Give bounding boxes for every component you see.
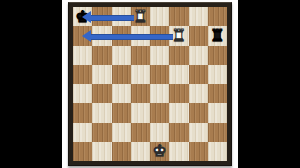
board-square-h1[interactable]	[208, 142, 227, 161]
board-square-g4[interactable]	[189, 84, 208, 103]
board-square-d5[interactable]	[131, 65, 150, 84]
board-square-c3[interactable]	[112, 103, 131, 122]
board-square-g8[interactable]	[189, 7, 208, 26]
board-square-e8[interactable]	[150, 7, 169, 26]
board-square-a1[interactable]	[73, 142, 92, 161]
board-square-c1[interactable]	[112, 142, 131, 161]
board-square-b8[interactable]	[92, 7, 111, 26]
board-square-e4[interactable]	[150, 84, 169, 103]
board-square-f8[interactable]	[169, 7, 188, 26]
white-rook-d8[interactable]: ♜	[131, 7, 150, 26]
board-square-b4[interactable]	[92, 84, 111, 103]
board-square-f2[interactable]	[169, 123, 188, 142]
board-square-d6[interactable]	[131, 46, 150, 65]
board-square-b6[interactable]	[92, 46, 111, 65]
white-king-e1[interactable]: ♚	[150, 142, 169, 161]
board-square-c2[interactable]	[112, 123, 131, 142]
board-square-g6[interactable]	[189, 46, 208, 65]
board-square-e3[interactable]	[150, 103, 169, 122]
screenshot-stage: ♚♜♜♜♚	[0, 0, 300, 168]
board-square-f1[interactable]	[169, 142, 188, 161]
board-square-d3[interactable]	[131, 103, 150, 122]
board-square-c4[interactable]	[112, 84, 131, 103]
board-square-b5[interactable]	[92, 65, 111, 84]
board-square-b1[interactable]	[92, 142, 111, 161]
board-square-e7[interactable]	[150, 26, 169, 45]
board-square-h4[interactable]	[208, 84, 227, 103]
board-square-a4[interactable]	[73, 84, 92, 103]
white-rook-f7[interactable]: ♜	[169, 26, 188, 45]
board-square-h3[interactable]	[208, 103, 227, 122]
board-square-b3[interactable]	[92, 103, 111, 122]
board-square-e2[interactable]	[150, 123, 169, 142]
board-square-c8[interactable]	[112, 7, 131, 26]
letterbox-left	[0, 0, 62, 168]
board-square-h6[interactable]	[208, 46, 227, 65]
board-square-a7[interactable]	[73, 26, 92, 45]
board-square-c7[interactable]	[112, 26, 131, 45]
board-square-h5[interactable]	[208, 65, 227, 84]
board-square-d4[interactable]	[131, 84, 150, 103]
board-square-d7[interactable]	[131, 26, 150, 45]
board-square-g5[interactable]	[189, 65, 208, 84]
board-square-f4[interactable]	[169, 84, 188, 103]
black-king-a8[interactable]: ♚	[73, 7, 92, 26]
board-square-a6[interactable]	[73, 46, 92, 65]
letterbox-right	[238, 0, 300, 168]
board-square-g3[interactable]	[189, 103, 208, 122]
board-square-e5[interactable]	[150, 65, 169, 84]
board-square-a3[interactable]	[73, 103, 92, 122]
board-square-b2[interactable]	[92, 123, 111, 142]
board-square-d1[interactable]	[131, 142, 150, 161]
board-square-d2[interactable]	[131, 123, 150, 142]
board-square-f5[interactable]	[169, 65, 188, 84]
board-square-f6[interactable]	[169, 46, 188, 65]
board-square-c6[interactable]	[112, 46, 131, 65]
board-square-h8[interactable]	[208, 7, 227, 26]
board-square-b7[interactable]	[92, 26, 111, 45]
board-frame: ♚♜♜♜♚	[68, 2, 232, 166]
board-square-h2[interactable]	[208, 123, 227, 142]
board-square-g2[interactable]	[189, 123, 208, 142]
board-square-g7[interactable]	[189, 26, 208, 45]
board-square-f3[interactable]	[169, 103, 188, 122]
black-rook-h7[interactable]: ♜	[208, 26, 227, 45]
board-square-a2[interactable]	[73, 123, 92, 142]
board-square-g1[interactable]	[189, 142, 208, 161]
board-square-e6[interactable]	[150, 46, 169, 65]
board-square-c5[interactable]	[112, 65, 131, 84]
chess-board: ♚♜♜♜♚	[73, 7, 227, 161]
board-square-a5[interactable]	[73, 65, 92, 84]
